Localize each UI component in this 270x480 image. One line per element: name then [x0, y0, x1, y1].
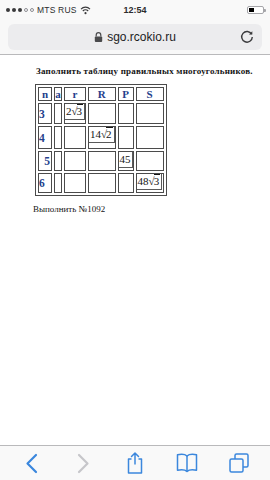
back-chevron-icon	[25, 453, 38, 474]
status-bar: MTS RUS 12:54	[0, 0, 270, 20]
cell-empty	[118, 126, 134, 149]
polygon-table: n a r R P S 3 2√3 4	[35, 84, 167, 196]
cell-empty	[54, 151, 62, 171]
cell-P-value: 45	[118, 151, 134, 171]
cell-R-value: 14√2	[88, 126, 116, 149]
cell-empty	[88, 173, 116, 193]
exercise-footer: Выполнить №1092	[33, 204, 105, 214]
lock-icon	[94, 32, 103, 43]
cell-n6: 6	[38, 173, 52, 193]
web-page: Заполнить таблицу правильных многоугольн…	[0, 56, 270, 445]
safari-toolbar	[0, 445, 270, 480]
cell-n3: 3	[38, 103, 52, 124]
exercise-title: Заполнить таблицу правильных многоугольн…	[36, 66, 253, 76]
table-row: 3 2√3	[38, 103, 164, 124]
forward-button[interactable]	[70, 450, 96, 476]
bookmarks-button[interactable]	[174, 450, 200, 476]
col-header-n: n	[38, 87, 52, 101]
iphone-safari-screen: MTS RUS 12:54 sgo.rcokio.ru З	[0, 0, 270, 480]
col-header-r: r	[64, 87, 86, 101]
value-45: 45	[119, 152, 133, 168]
cell-n5: 5	[38, 151, 52, 171]
value-48sqrt3: 48√3	[137, 174, 163, 190]
url-bar: sgo.rcokio.ru	[0, 20, 270, 55]
table-row: 4 14√2	[38, 126, 164, 149]
share-button[interactable]	[122, 450, 148, 476]
cell-n4: 4	[38, 126, 52, 149]
cell-empty	[54, 173, 62, 193]
cell-empty	[64, 173, 86, 193]
col-header-a: a	[54, 87, 62, 101]
cell-empty	[118, 173, 134, 193]
battery-icon	[247, 6, 264, 14]
col-header-R: R	[88, 87, 116, 101]
clock: 12:54	[0, 5, 270, 15]
col-header-S: S	[136, 87, 164, 101]
cell-empty	[88, 151, 116, 171]
bookmarks-book-icon	[175, 453, 199, 473]
cell-empty	[54, 103, 62, 124]
address-bar[interactable]: sgo.rcokio.ru	[8, 24, 262, 50]
cell-empty	[64, 151, 86, 171]
cell-S-value: 48√3	[136, 173, 164, 193]
value-2sqrt3: 2√3	[65, 104, 85, 120]
table-row: 5 45	[38, 151, 164, 171]
table-row: 6 48√3	[38, 173, 164, 193]
table-header-row: n a r R P S	[38, 87, 164, 101]
forward-chevron-icon	[77, 453, 90, 474]
cell-empty	[118, 103, 134, 124]
cell-empty	[54, 126, 62, 149]
cell-empty	[136, 151, 164, 171]
cell-empty	[136, 103, 164, 124]
col-header-P: P	[118, 87, 134, 101]
reload-icon[interactable]	[239, 29, 255, 45]
value-14sqrt2: 14√2	[89, 127, 115, 143]
tabs-button[interactable]	[226, 450, 252, 476]
cell-empty	[64, 126, 86, 149]
back-button[interactable]	[18, 450, 44, 476]
share-icon	[125, 451, 145, 475]
status-right	[247, 6, 270, 14]
tabs-pages-icon	[228, 452, 250, 474]
cell-empty	[136, 126, 164, 149]
cell-r-value: 2√3	[64, 103, 86, 124]
url-text: sgo.rcokio.ru	[107, 30, 176, 44]
cell-empty	[88, 103, 116, 124]
